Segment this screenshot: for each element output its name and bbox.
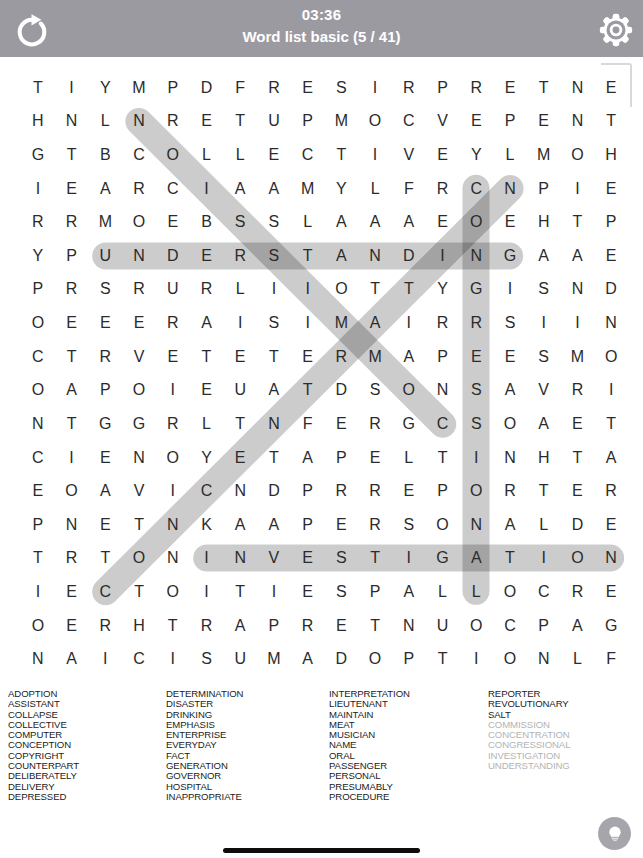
grid-cell-r6c3[interactable]: U [88, 239, 122, 273]
grid-cell-r7c13[interactable]: Y [426, 273, 460, 307]
grid-cell-r14c10[interactable]: E [324, 508, 358, 542]
grid-cell-r8c10[interactable]: M [324, 306, 358, 340]
grid-cell-r7c1[interactable]: P [21, 273, 55, 307]
grid-cell-r10c5[interactable]: I [156, 373, 190, 407]
grid-cell-r11c15[interactable]: O [493, 407, 527, 441]
grid-cell-r1c18[interactable]: E [594, 71, 628, 105]
grid-cell-r5c6[interactable]: B [190, 205, 224, 239]
grid-cell-r10c7[interactable]: U [223, 373, 257, 407]
grid-cell-r15c11[interactable]: T [358, 542, 392, 576]
grid-cell-r10c10[interactable]: D [324, 373, 358, 407]
grid-cell-r15c8[interactable]: V [257, 542, 291, 576]
grid-cell-r8c16[interactable]: I [527, 306, 561, 340]
grid-cell-r6c2[interactable]: P [55, 239, 89, 273]
grid-cell-r11c16[interactable]: A [527, 407, 561, 441]
grid-cell-r17c15[interactable]: C [493, 609, 527, 643]
grid-cell-r4c10[interactable]: Y [324, 172, 358, 206]
grid-cell-r9c12[interactable]: A [392, 340, 426, 374]
grid-cell-r11c9[interactable]: F [291, 407, 325, 441]
grid-cell-r2c16[interactable]: E [527, 105, 561, 139]
grid-cell-r2c9[interactable]: P [291, 105, 325, 139]
grid-cell-r3c18[interactable]: H [594, 138, 628, 172]
grid-cell-r14c11[interactable]: R [358, 508, 392, 542]
grid-cell-r8c18[interactable]: N [594, 306, 628, 340]
grid-cell-r8c9[interactable]: I [291, 306, 325, 340]
grid-cell-r11c14[interactable]: S [459, 407, 493, 441]
grid-cell-r2c18[interactable]: T [594, 105, 628, 139]
grid-cell-r9c7[interactable]: E [223, 340, 257, 374]
grid-cell-r12c10[interactable]: P [324, 441, 358, 475]
grid-cell-r14c6[interactable]: K [190, 508, 224, 542]
grid-cell-r17c5[interactable]: T [156, 609, 190, 643]
grid-cell-r12c8[interactable]: T [257, 441, 291, 475]
grid-cell-r12c11[interactable]: E [358, 441, 392, 475]
grid-cell-r6c8[interactable]: S [257, 239, 291, 273]
grid-cell-r4c1[interactable]: I [21, 172, 55, 206]
grid-cell-r6c15[interactable]: G [493, 239, 527, 273]
grid-cell-r8c11[interactable]: A [358, 306, 392, 340]
grid-cell-r12c2[interactable]: I [55, 441, 89, 475]
grid-cell-r12c9[interactable]: A [291, 441, 325, 475]
grid-cell-r13c13[interactable]: P [426, 474, 460, 508]
grid-cell-r9c11[interactable]: M [358, 340, 392, 374]
grid-cell-r18c11[interactable]: O [358, 642, 392, 676]
grid-cell-r7c8[interactable]: I [257, 273, 291, 307]
grid-cell-r16c5[interactable]: O [156, 575, 190, 609]
grid-cell-r8c1[interactable]: O [21, 306, 55, 340]
grid-cell-r13c4[interactable]: V [122, 474, 156, 508]
grid-cell-r18c7[interactable]: U [223, 642, 257, 676]
grid-cell-r15c18[interactable]: N [594, 542, 628, 576]
grid-cell-r17c7[interactable]: A [223, 609, 257, 643]
grid-cell-r1c5[interactable]: P [156, 71, 190, 105]
grid-cell-r7c2[interactable]: R [55, 273, 89, 307]
grid-cell-r15c10[interactable]: S [324, 542, 358, 576]
grid-cell-r16c18[interactable]: E [594, 575, 628, 609]
grid-cell-r9c6[interactable]: T [190, 340, 224, 374]
grid-cell-r5c5[interactable]: E [156, 205, 190, 239]
grid-cell-r18c1[interactable]: N [21, 642, 55, 676]
grid-cell-r11c18[interactable]: T [594, 407, 628, 441]
grid-cell-r14c2[interactable]: N [55, 508, 89, 542]
grid-cell-r3c8[interactable]: E [257, 138, 291, 172]
grid-cell-r16c2[interactable]: E [55, 575, 89, 609]
grid-cell-r10c13[interactable]: N [426, 373, 460, 407]
grid-cell-r16c7[interactable]: T [223, 575, 257, 609]
grid-cell-r13c17[interactable]: E [561, 474, 595, 508]
grid-cell-r3c2[interactable]: T [55, 138, 89, 172]
grid-cell-r4c7[interactable]: A [223, 172, 257, 206]
grid-cell-r7c7[interactable]: L [223, 273, 257, 307]
grid-cell-r18c18[interactable]: F [594, 642, 628, 676]
grid-cell-r16c15[interactable]: O [493, 575, 527, 609]
grid-cell-r13c2[interactable]: O [55, 474, 89, 508]
grid-cell-r5c7[interactable]: S [223, 205, 257, 239]
grid-cell-r16c4[interactable]: T [122, 575, 156, 609]
grid-cell-r3c15[interactable]: L [493, 138, 527, 172]
grid-cell-r10c16[interactable]: V [527, 373, 561, 407]
grid-cell-r4c14[interactable]: C [459, 172, 493, 206]
grid-cell-r10c4[interactable]: O [122, 373, 156, 407]
grid-cell-r15c15[interactable]: T [493, 542, 527, 576]
grid-cell-r17c18[interactable]: G [594, 609, 628, 643]
grid-cell-r17c4[interactable]: H [122, 609, 156, 643]
grid-cell-r3c5[interactable]: O [156, 138, 190, 172]
grid-cell-r5c4[interactable]: O [122, 205, 156, 239]
grid-cell-r17c6[interactable]: R [190, 609, 224, 643]
grid-cell-r12c14[interactable]: I [459, 441, 493, 475]
grid-cell-r1c17[interactable]: N [561, 71, 595, 105]
grid-cell-r17c14[interactable]: O [459, 609, 493, 643]
grid-cell-r3c1[interactable]: G [21, 138, 55, 172]
grid-cell-r6c11[interactable]: N [358, 239, 392, 273]
grid-cell-r4c13[interactable]: R [426, 172, 460, 206]
grid-cell-r3c4[interactable]: C [122, 138, 156, 172]
grid-cell-r11c3[interactable]: G [88, 407, 122, 441]
grid-cell-r16c13[interactable]: L [426, 575, 460, 609]
grid-cell-r8c12[interactable]: I [392, 306, 426, 340]
grid-cell-r13c6[interactable]: C [190, 474, 224, 508]
grid-cell-r12c4[interactable]: N [122, 441, 156, 475]
hint-button[interactable] [598, 817, 631, 850]
grid-cell-r6c17[interactable]: A [561, 239, 595, 273]
grid-cell-r1c4[interactable]: M [122, 71, 156, 105]
grid-cell-r16c12[interactable]: A [392, 575, 426, 609]
grid-cell-r1c2[interactable]: I [55, 71, 89, 105]
grid-cell-r6c1[interactable]: Y [21, 239, 55, 273]
grid-cell-r18c12[interactable]: P [392, 642, 426, 676]
grid-cell-r16c9[interactable]: E [291, 575, 325, 609]
grid-cell-r5c1[interactable]: R [21, 205, 55, 239]
grid-cell-r2c17[interactable]: N [561, 105, 595, 139]
grid-cell-r9c17[interactable]: M [561, 340, 595, 374]
grid-cell-r8c8[interactable]: S [257, 306, 291, 340]
grid-cell-r17c3[interactable]: R [88, 609, 122, 643]
grid-cell-r6c9[interactable]: T [291, 239, 325, 273]
grid-cell-r11c4[interactable]: G [122, 407, 156, 441]
grid-cell-r5c12[interactable]: A [392, 205, 426, 239]
grid-cell-r15c14[interactable]: A [459, 542, 493, 576]
grid-cell-r15c9[interactable]: E [291, 542, 325, 576]
grid-cell-r13c5[interactable]: I [156, 474, 190, 508]
grid-cell-r18c3[interactable]: I [88, 642, 122, 676]
grid-cell-r17c17[interactable]: A [561, 609, 595, 643]
grid-cell-r6c14[interactable]: N [459, 239, 493, 273]
grid-cell-r11c11[interactable]: R [358, 407, 392, 441]
grid-cell-r1c12[interactable]: R [392, 71, 426, 105]
grid-cell-r14c13[interactable]: O [426, 508, 460, 542]
grid-cell-r11c6[interactable]: L [190, 407, 224, 441]
grid-cell-r10c1[interactable]: O [21, 373, 55, 407]
grid-cell-r9c14[interactable]: E [459, 340, 493, 374]
grid-cell-r4c3[interactable]: A [88, 172, 122, 206]
grid-cell-r6c7[interactable]: R [223, 239, 257, 273]
grid-cell-r11c8[interactable]: N [257, 407, 291, 441]
grid-cell-r4c15[interactable]: N [493, 172, 527, 206]
grid-cell-r7c9[interactable]: I [291, 273, 325, 307]
settings-button[interactable] [597, 11, 635, 49]
grid-cell-r18c15[interactable]: O [493, 642, 527, 676]
grid-cell-r7c18[interactable]: D [594, 273, 628, 307]
grid-cell-r15c2[interactable]: R [55, 542, 89, 576]
grid-cell-r6c10[interactable]: A [324, 239, 358, 273]
grid-cell-r13c1[interactable]: E [21, 474, 55, 508]
grid-cell-r9c1[interactable]: C [21, 340, 55, 374]
grid-cell-r10c11[interactable]: S [358, 373, 392, 407]
grid-cell-r9c15[interactable]: E [493, 340, 527, 374]
grid-cell-r11c10[interactable]: E [324, 407, 358, 441]
grid-cell-r16c14[interactable]: L [459, 575, 493, 609]
grid-cell-r12c17[interactable]: T [561, 441, 595, 475]
grid-cell-r11c7[interactable]: T [223, 407, 257, 441]
grid-cell-r2c13[interactable]: V [426, 105, 460, 139]
grid-cell-r14c5[interactable]: N [156, 508, 190, 542]
grid-cell-r12c12[interactable]: L [392, 441, 426, 475]
grid-cell-r3c16[interactable]: M [527, 138, 561, 172]
grid-cell-r8c5[interactable]: R [156, 306, 190, 340]
grid-cell-r6c13[interactable]: I [426, 239, 460, 273]
grid-cell-r2c10[interactable]: M [324, 105, 358, 139]
grid-cell-r8c17[interactable]: I [561, 306, 595, 340]
grid-cell-r2c2[interactable]: N [55, 105, 89, 139]
grid-cell-r11c13[interactable]: C [426, 407, 460, 441]
grid-cell-r2c15[interactable]: P [493, 105, 527, 139]
grid-cell-r17c11[interactable]: T [358, 609, 392, 643]
grid-cell-r8c4[interactable]: E [122, 306, 156, 340]
grid-cell-r6c16[interactable]: A [527, 239, 561, 273]
grid-cell-r5c2[interactable]: R [55, 205, 89, 239]
grid-cell-r18c17[interactable]: L [561, 642, 595, 676]
grid-cell-r2c3[interactable]: L [88, 105, 122, 139]
grid-cell-r13c3[interactable]: A [88, 474, 122, 508]
grid-cell-r18c6[interactable]: S [190, 642, 224, 676]
grid-cell-r14c4[interactable]: T [122, 508, 156, 542]
grid-cell-r13c15[interactable]: R [493, 474, 527, 508]
grid-cell-r7c6[interactable]: R [190, 273, 224, 307]
grid-cell-r14c3[interactable]: E [88, 508, 122, 542]
grid-cell-r13c9[interactable]: P [291, 474, 325, 508]
grid-cell-r17c1[interactable]: O [21, 609, 55, 643]
grid-cell-r1c9[interactable]: E [291, 71, 325, 105]
grid-cell-r16c8[interactable]: I [257, 575, 291, 609]
grid-cell-r1c7[interactable]: F [223, 71, 257, 105]
grid-cell-r6c6[interactable]: E [190, 239, 224, 273]
grid-cell-r13c7[interactable]: N [223, 474, 257, 508]
grid-cell-r7c10[interactable]: O [324, 273, 358, 307]
grid-cell-r7c12[interactable]: T [392, 273, 426, 307]
grid-cell-r5c15[interactable]: E [493, 205, 527, 239]
grid-cell-r6c12[interactable]: D [392, 239, 426, 273]
grid-cell-r10c15[interactable]: A [493, 373, 527, 407]
grid-cell-r1c16[interactable]: T [527, 71, 561, 105]
grid-cell-r4c4[interactable]: R [122, 172, 156, 206]
grid-cell-r13c8[interactable]: D [257, 474, 291, 508]
grid-cell-r15c6[interactable]: I [190, 542, 224, 576]
grid-cell-r17c2[interactable]: E [55, 609, 89, 643]
grid-cell-r17c9[interactable]: R [291, 609, 325, 643]
grid-cell-r8c6[interactable]: A [190, 306, 224, 340]
grid-cell-r15c7[interactable]: N [223, 542, 257, 576]
grid-cell-r14c16[interactable]: L [527, 508, 561, 542]
grid-cell-r6c5[interactable]: D [156, 239, 190, 273]
grid-cell-r12c13[interactable]: T [426, 441, 460, 475]
grid-cell-r5c13[interactable]: E [426, 205, 460, 239]
grid-cell-r10c6[interactable]: E [190, 373, 224, 407]
grid-cell-r16c3[interactable]: C [88, 575, 122, 609]
grid-cell-r14c9[interactable]: P [291, 508, 325, 542]
grid-cell-r1c14[interactable]: R [459, 71, 493, 105]
grid-cell-r2c14[interactable]: E [459, 105, 493, 139]
grid-cell-r2c11[interactable]: O [358, 105, 392, 139]
grid-cell-r10c2[interactable]: A [55, 373, 89, 407]
grid-cell-r6c4[interactable]: N [122, 239, 156, 273]
grid-cell-r14c18[interactable]: E [594, 508, 628, 542]
grid-cell-r8c2[interactable]: E [55, 306, 89, 340]
grid-cell-r16c11[interactable]: P [358, 575, 392, 609]
grid-cell-r3c6[interactable]: L [190, 138, 224, 172]
grid-cell-r17c12[interactable]: N [392, 609, 426, 643]
grid-cell-r9c2[interactable]: T [55, 340, 89, 374]
grid-cell-r9c9[interactable]: E [291, 340, 325, 374]
grid-cell-r4c16[interactable]: P [527, 172, 561, 206]
grid-cell-r7c4[interactable]: R [122, 273, 156, 307]
grid-cell-r18c10[interactable]: D [324, 642, 358, 676]
grid-cell-r7c3[interactable]: S [88, 273, 122, 307]
grid-cell-r8c3[interactable]: E [88, 306, 122, 340]
grid-cell-r15c5[interactable]: N [156, 542, 190, 576]
grid-cell-r18c14[interactable]: I [459, 642, 493, 676]
grid-cell-r12c5[interactable]: O [156, 441, 190, 475]
grid-cell-r17c13[interactable]: U [426, 609, 460, 643]
grid-cell-r4c6[interactable]: I [190, 172, 224, 206]
grid-cell-r9c4[interactable]: V [122, 340, 156, 374]
grid-cell-r12c6[interactable]: Y [190, 441, 224, 475]
grid-cell-r11c17[interactable]: E [561, 407, 595, 441]
grid-cell-r1c15[interactable]: E [493, 71, 527, 105]
grid-cell-r10c14[interactable]: S [459, 373, 493, 407]
grid-cell-r5c11[interactable]: A [358, 205, 392, 239]
grid-cell-r14c7[interactable]: A [223, 508, 257, 542]
home-indicator[interactable] [223, 848, 420, 853]
grid-cell-r14c12[interactable]: S [392, 508, 426, 542]
grid-cell-r18c16[interactable]: N [527, 642, 561, 676]
grid-cell-r2c1[interactable]: H [21, 105, 55, 139]
grid-cell-r5c3[interactable]: M [88, 205, 122, 239]
grid-cell-r18c2[interactable]: A [55, 642, 89, 676]
grid-cell-r18c4[interactable]: C [122, 642, 156, 676]
grid-cell-r12c7[interactable]: E [223, 441, 257, 475]
grid-cell-r13c16[interactable]: T [527, 474, 561, 508]
grid-cell-r2c12[interactable]: C [392, 105, 426, 139]
grid-cell-r15c4[interactable]: O [122, 542, 156, 576]
grid-cell-r9c5[interactable]: E [156, 340, 190, 374]
grid-cell-r2c6[interactable]: E [190, 105, 224, 139]
grid-cell-r4c17[interactable]: I [561, 172, 595, 206]
grid-cell-r14c14[interactable]: N [459, 508, 493, 542]
grid-cell-r18c5[interactable]: I [156, 642, 190, 676]
grid-cell-r3c17[interactable]: O [561, 138, 595, 172]
grid-cell-r1c6[interactable]: D [190, 71, 224, 105]
grid-cell-r18c13[interactable]: T [426, 642, 460, 676]
grid-cell-r5c18[interactable]: P [594, 205, 628, 239]
grid-cell-r4c9[interactable]: M [291, 172, 325, 206]
grid-cell-r10c12[interactable]: O [392, 373, 426, 407]
grid-cell-r14c1[interactable]: P [21, 508, 55, 542]
grid-cell-r5c9[interactable]: L [291, 205, 325, 239]
grid-cell-r15c3[interactable]: T [88, 542, 122, 576]
grid-cell-r7c5[interactable]: U [156, 273, 190, 307]
grid-cell-r10c8[interactable]: A [257, 373, 291, 407]
grid-cell-r8c7[interactable]: I [223, 306, 257, 340]
grid-cell-r3c11[interactable]: I [358, 138, 392, 172]
grid-cell-r2c5[interactable]: R [156, 105, 190, 139]
grid-cell-r3c7[interactable]: L [223, 138, 257, 172]
grid-cell-r3c12[interactable]: V [392, 138, 426, 172]
grid-cell-r12c3[interactable]: E [88, 441, 122, 475]
grid-cell-r1c13[interactable]: P [426, 71, 460, 105]
grid-cell-r1c10[interactable]: S [324, 71, 358, 105]
grid-cell-r4c2[interactable]: E [55, 172, 89, 206]
grid-cell-r16c10[interactable]: S [324, 575, 358, 609]
grid-cell-r14c17[interactable]: D [561, 508, 595, 542]
grid-cell-r10c9[interactable]: T [291, 373, 325, 407]
grid-cell-r2c4[interactable]: N [122, 105, 156, 139]
grid-cell-r9c13[interactable]: P [426, 340, 460, 374]
grid-cell-r15c12[interactable]: I [392, 542, 426, 576]
grid-cell-r15c16[interactable]: I [527, 542, 561, 576]
grid-cell-r13c14[interactable]: O [459, 474, 493, 508]
grid-cell-r12c18[interactable]: A [594, 441, 628, 475]
grid-cell-r11c5[interactable]: R [156, 407, 190, 441]
grid-cell-r5c8[interactable]: S [257, 205, 291, 239]
grid-cell-r9c8[interactable]: T [257, 340, 291, 374]
grid-cell-r17c8[interactable]: P [257, 609, 291, 643]
grid-cell-r16c16[interactable]: C [527, 575, 561, 609]
grid-cell-r10c17[interactable]: R [561, 373, 595, 407]
grid-cell-r7c11[interactable]: T [358, 273, 392, 307]
grid-cell-r9c3[interactable]: R [88, 340, 122, 374]
grid-cell-r8c15[interactable]: S [493, 306, 527, 340]
grid-cell-r16c6[interactable]: I [190, 575, 224, 609]
grid-cell-r8c13[interactable]: R [426, 306, 460, 340]
grid-cell-r15c1[interactable]: T [21, 542, 55, 576]
grid-cell-r9c18[interactable]: O [594, 340, 628, 374]
grid-cell-r3c9[interactable]: C [291, 138, 325, 172]
grid-cell-r5c10[interactable]: A [324, 205, 358, 239]
grid-cell-r12c15[interactable]: N [493, 441, 527, 475]
grid-cell-r12c16[interactable]: H [527, 441, 561, 475]
grid-cell-r18c8[interactable]: M [257, 642, 291, 676]
grid-cell-r5c14[interactable]: O [459, 205, 493, 239]
grid-cell-r10c3[interactable]: P [88, 373, 122, 407]
grid-cell-r5c17[interactable]: T [561, 205, 595, 239]
grid-cell-r1c1[interactable]: T [21, 71, 55, 105]
grid-cell-r18c9[interactable]: A [291, 642, 325, 676]
grid-cell-r7c17[interactable]: N [561, 273, 595, 307]
grid-cell-r1c11[interactable]: I [358, 71, 392, 105]
grid-cell-r15c13[interactable]: G [426, 542, 460, 576]
grid-cell-r8c14[interactable]: R [459, 306, 493, 340]
grid-cell-r4c8[interactable]: A [257, 172, 291, 206]
grid-cell-r3c10[interactable]: T [324, 138, 358, 172]
grid-cell-r11c2[interactable]: T [55, 407, 89, 441]
grid-cell-r4c5[interactable]: C [156, 172, 190, 206]
grid-cell-r16c17[interactable]: R [561, 575, 595, 609]
grid-cell-r13c18[interactable]: R [594, 474, 628, 508]
grid-cell-r2c7[interactable]: T [223, 105, 257, 139]
grid-cell-r13c12[interactable]: E [392, 474, 426, 508]
grid-cell-r11c12[interactable]: G [392, 407, 426, 441]
